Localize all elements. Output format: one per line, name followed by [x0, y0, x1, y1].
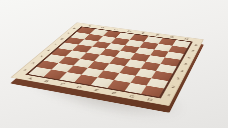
product-photo: ABCDEFGH ABCDEFGH 87654321 87654321: [0, 0, 228, 128]
square-h1: [141, 86, 163, 97]
